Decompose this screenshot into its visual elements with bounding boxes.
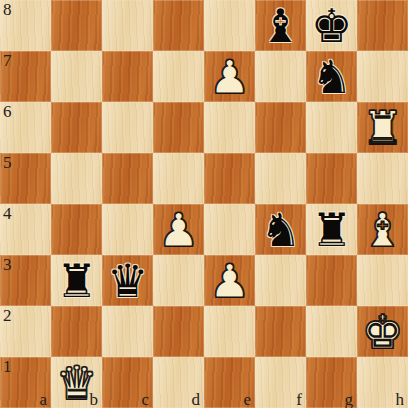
square-h7[interactable]	[357, 51, 408, 102]
square-d6[interactable]	[153, 102, 204, 153]
piece-white-pawn[interactable]: ♟	[204, 51, 255, 102]
square-a2[interactable]: 2	[0, 306, 51, 357]
piece-white-pawn[interactable]: ♟	[153, 204, 204, 255]
square-f4[interactable]: ♞	[255, 204, 306, 255]
piece-black-knight[interactable]: ♞	[255, 204, 306, 255]
square-h1[interactable]: h	[357, 357, 408, 408]
square-c8[interactable]	[102, 0, 153, 51]
square-a4[interactable]: 4	[0, 204, 51, 255]
file-label-f: f	[296, 391, 302, 408]
piece-white-king[interactable]: ♚	[357, 306, 408, 357]
square-b5[interactable]	[51, 153, 102, 204]
square-c7[interactable]	[102, 51, 153, 102]
piece-black-bishop[interactable]: ♝	[255, 0, 306, 51]
rank-label-2: 2	[3, 307, 12, 324]
square-c2[interactable]	[102, 306, 153, 357]
file-label-d: d	[192, 391, 201, 408]
square-e2[interactable]	[204, 306, 255, 357]
square-g3[interactable]	[306, 255, 357, 306]
piece-white-pawn[interactable]: ♟	[204, 255, 255, 306]
square-f1[interactable]: f	[255, 357, 306, 408]
rank-label-7: 7	[3, 52, 12, 69]
square-c3[interactable]: ♛	[102, 255, 153, 306]
square-e3[interactable]: ♟	[204, 255, 255, 306]
square-a3[interactable]: 3	[0, 255, 51, 306]
rank-label-1: 1	[3, 358, 12, 375]
square-h3[interactable]	[357, 255, 408, 306]
piece-white-bishop[interactable]: ♝	[357, 204, 408, 255]
square-a5[interactable]: 5	[0, 153, 51, 204]
square-c4[interactable]	[102, 204, 153, 255]
square-e6[interactable]	[204, 102, 255, 153]
square-d5[interactable]	[153, 153, 204, 204]
square-g7[interactable]: ♞	[306, 51, 357, 102]
square-d8[interactable]	[153, 0, 204, 51]
square-f8[interactable]: ♝	[255, 0, 306, 51]
square-d2[interactable]	[153, 306, 204, 357]
square-a8[interactable]: 8	[0, 0, 51, 51]
square-d4[interactable]: ♟	[153, 204, 204, 255]
square-f6[interactable]	[255, 102, 306, 153]
square-c6[interactable]	[102, 102, 153, 153]
square-g5[interactable]	[306, 153, 357, 204]
square-c1[interactable]: c	[102, 357, 153, 408]
square-e4[interactable]	[204, 204, 255, 255]
square-f7[interactable]	[255, 51, 306, 102]
piece-black-king[interactable]: ♚	[306, 0, 357, 51]
square-g4[interactable]: ♜	[306, 204, 357, 255]
square-e7[interactable]: ♟	[204, 51, 255, 102]
file-label-a: a	[39, 391, 47, 408]
piece-white-queen[interactable]: ♛	[51, 357, 102, 408]
piece-black-knight[interactable]: ♞	[306, 51, 357, 102]
rank-label-3: 3	[3, 256, 12, 273]
square-e1[interactable]: e	[204, 357, 255, 408]
rank-label-8: 8	[3, 1, 12, 18]
square-g8[interactable]: ♚	[306, 0, 357, 51]
square-h6[interactable]: ♜	[357, 102, 408, 153]
square-f2[interactable]	[255, 306, 306, 357]
square-g2[interactable]	[306, 306, 357, 357]
square-b7[interactable]	[51, 51, 102, 102]
square-f3[interactable]	[255, 255, 306, 306]
square-h4[interactable]: ♝	[357, 204, 408, 255]
file-label-g: g	[345, 391, 354, 408]
square-d3[interactable]	[153, 255, 204, 306]
square-g6[interactable]	[306, 102, 357, 153]
square-b4[interactable]	[51, 204, 102, 255]
square-c5[interactable]	[102, 153, 153, 204]
square-b3[interactable]: ♜	[51, 255, 102, 306]
chess-board: 8♝♚7♟♞6♜54♟♞♜♝3♜♛♟2♚1ab♛cdefgh	[0, 0, 408, 408]
square-h8[interactable]	[357, 0, 408, 51]
piece-black-queen[interactable]: ♛	[102, 255, 153, 306]
file-label-h: h	[396, 391, 405, 408]
square-a7[interactable]: 7	[0, 51, 51, 102]
rank-label-5: 5	[3, 154, 12, 171]
square-b8[interactable]	[51, 0, 102, 51]
file-label-e: e	[243, 391, 251, 408]
square-d7[interactable]	[153, 51, 204, 102]
square-e5[interactable]	[204, 153, 255, 204]
square-b6[interactable]	[51, 102, 102, 153]
square-h2[interactable]: ♚	[357, 306, 408, 357]
file-label-c: c	[141, 391, 149, 408]
piece-black-rook[interactable]: ♜	[51, 255, 102, 306]
square-b2[interactable]	[51, 306, 102, 357]
square-a6[interactable]: 6	[0, 102, 51, 153]
square-d1[interactable]: d	[153, 357, 204, 408]
square-a1[interactable]: 1a	[0, 357, 51, 408]
square-e8[interactable]	[204, 0, 255, 51]
rank-label-4: 4	[3, 205, 12, 222]
square-f5[interactable]	[255, 153, 306, 204]
piece-white-rook[interactable]: ♜	[357, 102, 408, 153]
square-b1[interactable]: b♛	[51, 357, 102, 408]
piece-black-rook[interactable]: ♜	[306, 204, 357, 255]
square-g1[interactable]: g	[306, 357, 357, 408]
square-h5[interactable]	[357, 153, 408, 204]
rank-label-6: 6	[3, 103, 12, 120]
